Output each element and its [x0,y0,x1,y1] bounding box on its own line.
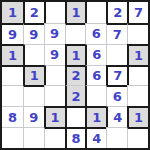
cell-r2c6[interactable]: 7 [106,23,127,44]
cell-r5c6[interactable]: 6 [106,85,127,106]
cell-r6c6[interactable]: 4 [106,106,127,127]
cell-r2c4[interactable] [65,23,86,44]
cell-r2c5[interactable]: 6 [85,23,106,44]
cell-r6c5[interactable]: 1 [85,106,106,127]
cell-r7c2[interactable] [23,127,44,148]
cell-r5c1[interactable] [2,85,23,106]
cell-r5c3[interactable] [44,85,65,106]
cell-r6c7[interactable]: 1 [127,106,148,127]
cell-r1c3[interactable] [44,2,65,23]
cell-r3c3[interactable]: 9 [44,44,65,65]
cell-r7c3[interactable] [44,127,65,148]
cell-r3c1[interactable]: 1 [2,44,23,65]
cell-r1c4[interactable]: 1 [65,2,86,23]
cell-r2c7[interactable] [127,23,148,44]
cell-r5c5[interactable] [85,85,106,106]
cell-r7c4[interactable]: 8 [65,127,86,148]
cell-r3c4[interactable]: 1 [65,44,86,65]
cell-r4c3[interactable] [44,65,65,86]
cell-r4c2[interactable]: 1 [23,65,44,86]
cell-r2c1[interactable]: 9 [2,23,23,44]
puzzle-board: 12127999671916112672689114184 [0,0,150,150]
cell-r5c4[interactable]: 2 [65,85,86,106]
cell-r4c6[interactable]: 7 [106,65,127,86]
cell-r4c4[interactable]: 2 [65,65,86,86]
cell-r6c2[interactable]: 9 [23,106,44,127]
cell-r2c2[interactable]: 9 [23,23,44,44]
cell-r4c5[interactable]: 6 [85,65,106,86]
cell-r7c6[interactable] [106,127,127,148]
cell-r3c7[interactable]: 1 [127,44,148,65]
cell-r7c5[interactable]: 4 [85,127,106,148]
cell-r1c7[interactable]: 7 [127,2,148,23]
cell-r4c7[interactable] [127,65,148,86]
cell-r3c2[interactable] [23,44,44,65]
cell-r6c1[interactable]: 8 [2,106,23,127]
cell-r2c3[interactable]: 9 [44,23,65,44]
cell-r7c1[interactable] [2,127,23,148]
cell-r5c7[interactable] [127,85,148,106]
cell-r5c2[interactable] [23,85,44,106]
cell-r3c6[interactable] [106,44,127,65]
cell-r4c1[interactable] [2,65,23,86]
cell-r7c7[interactable] [127,127,148,148]
cell-r1c2[interactable]: 2 [23,2,44,23]
cell-r3c5[interactable]: 6 [85,44,106,65]
cell-r1c5[interactable] [85,2,106,23]
puzzle-screenshot: 12127999671916112672689114184 [0,0,150,150]
cell-r1c1[interactable]: 1 [2,2,23,23]
cell-r1c6[interactable]: 2 [106,2,127,23]
cell-r6c4[interactable] [65,106,86,127]
cell-r6c3[interactable]: 1 [44,106,65,127]
